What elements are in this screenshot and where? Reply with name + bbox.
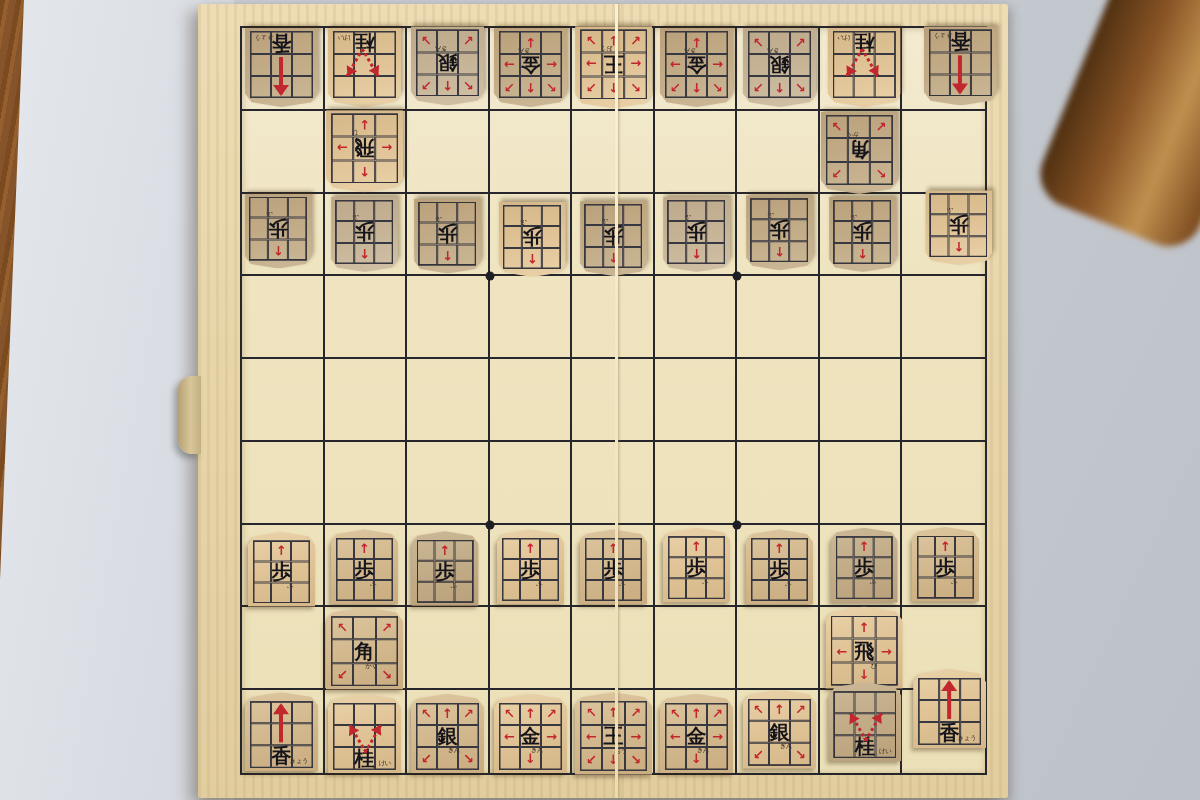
cell-5b[interactable] [572, 111, 655, 194]
piece-kanji: 歩 [686, 222, 706, 241]
move-diagram-grid: 香きょう [250, 31, 313, 98]
move-diagram-cell: 歩ふ [354, 559, 374, 580]
move-arrow-icon: ↑ [953, 239, 964, 252]
move-diagram-cell [585, 538, 604, 559]
move-diagram-cell [603, 580, 623, 601]
piece-kanji: 歩 [769, 220, 789, 239]
move-diagram-cell [585, 580, 604, 601]
move-arrow-icon: ← [670, 730, 681, 743]
move-diagram-cell: ↗ [499, 76, 520, 98]
move-diagram-cell [457, 222, 476, 243]
move-diagram-cell: ↘ [625, 748, 647, 771]
piece-tile: 桂けい [828, 682, 901, 761]
move-diagram-cell: ↓ [353, 113, 375, 136]
move-diagram-grid: ↑歩ふ [930, 193, 988, 257]
piece-2i-sente-knight[interactable]: 桂けい [823, 680, 906, 763]
move-arrow-icon: ↙ [753, 748, 764, 761]
move-arrow-icon: ↘ [421, 34, 432, 47]
cell-1b[interactable] [902, 111, 985, 194]
move-diagram-cell [331, 113, 353, 136]
move-diagram-cell [291, 561, 310, 582]
cell-4f[interactable] [655, 442, 738, 525]
move-diagram-cell [751, 219, 770, 240]
move-diagram-cell [751, 198, 770, 219]
move-diagram-grid: ↑歩ふ [751, 538, 809, 602]
move-diagram-cell [706, 242, 725, 263]
piece-tile: 香きょう [924, 26, 997, 105]
piece-tile: ↑歩ふ [245, 193, 312, 268]
move-arrow-icon: ↑ [359, 165, 370, 178]
piece-1g-sente-pawn[interactable]: ↑歩ふ [904, 523, 987, 606]
move-diagram-cell: ↖ [625, 76, 647, 99]
move-arrow-icon: ↗ [504, 81, 515, 94]
move-diagram-cell: 歩ふ [435, 561, 455, 582]
piece-tile: ↑歩ふ [331, 197, 398, 272]
move-diagram-grid: ↖↑↗銀ぎん↙↘ [416, 703, 479, 770]
move-diagram-cell [874, 578, 893, 599]
cell-2f[interactable] [820, 442, 903, 525]
cell-3d[interactable] [737, 276, 820, 359]
piece-2h-sente-rook[interactable]: ↑←飛ひ→↓ [823, 606, 906, 689]
move-diagram-cell [955, 556, 974, 577]
move-diagram-cell [930, 193, 949, 214]
piece-tile: ↖↑↗←王おう→↙↓↘ [575, 26, 652, 108]
cell-4e[interactable] [655, 359, 738, 442]
move-diagram-cell [457, 244, 476, 265]
cell-9h[interactable] [242, 607, 325, 690]
move-arrow-icon: ↗ [795, 703, 806, 716]
move-diagram-cell [686, 200, 706, 221]
move-diagram-cell [354, 580, 374, 601]
move-arrow-icon: ↘ [586, 35, 597, 48]
move-diagram-cell: 金きん [686, 725, 707, 747]
move-diagram-cell [522, 205, 542, 226]
piece-3g-sente-pawn[interactable]: ↑歩ふ [738, 525, 821, 608]
move-arrow-icon: ↖ [504, 707, 515, 720]
piece-9i-sente-lance[interactable]: 香きょう [240, 690, 323, 773]
move-diagram-cell [706, 200, 725, 221]
piece-kanji: 歩 [603, 226, 623, 245]
piece-7g-sente-pawn[interactable]: ↑歩ふ [403, 527, 486, 610]
piece-9g-sente-pawn[interactable]: ↑歩ふ [240, 528, 323, 611]
move-arrow-icon: ↙ [463, 34, 474, 47]
piece-4a-gote-gold[interactable]: ↖↑↗←金きん→↓ [655, 26, 738, 109]
piece-tile: ↑←飛ひ→↓ [826, 606, 903, 688]
move-diagram-cell: 歩ふ [437, 222, 457, 243]
move-diagram-cell [834, 242, 853, 263]
move-diagram-cell [874, 557, 893, 578]
move-arrow-icon: ↑ [527, 251, 538, 264]
cell-7d[interactable] [407, 276, 490, 359]
piece-tile: 桂けい [828, 28, 901, 107]
move-diagram-grid: ↑歩ふ [751, 198, 809, 262]
piece-tile: ↑歩ふ [499, 202, 566, 277]
piece-tile: ↖↑↗←金きん→↓ [494, 694, 567, 773]
move-arrow-icon: → [586, 58, 597, 71]
piece-2b-gote-bishop[interactable]: ↖↗角かく↙↘ [818, 111, 901, 194]
move-diagram-cell: ← [625, 53, 647, 76]
move-diagram-cell: ↖ [541, 76, 562, 98]
move-diagram-cell [437, 201, 457, 222]
move-arrow-icon: ↑ [774, 703, 785, 716]
move-arrow-icon: ↗ [832, 166, 843, 179]
piece-6a-gote-gold[interactable]: ↖↑↗←金きん→↓ [489, 26, 572, 109]
move-diagram-grid: ↑歩ふ [585, 204, 643, 268]
move-diagram-cell: ↓ [686, 747, 707, 769]
move-arrow-icon: ↖ [337, 622, 348, 635]
piece-8a-gote-knight[interactable]: 桂けい [323, 26, 406, 109]
piece-6g-sente-pawn[interactable]: ↑歩ふ [489, 525, 572, 608]
cell-7e[interactable] [407, 359, 490, 442]
piece-9a-gote-lance[interactable]: 香きょう [240, 26, 323, 109]
move-diagram-cell [706, 578, 725, 599]
move-diagram-cell: ↗ [541, 703, 562, 725]
move-diagram-cell [353, 663, 375, 686]
move-diagram-cell: ↑ [602, 701, 624, 724]
piece-1c-gote-pawn[interactable]: ↑歩ふ [917, 186, 1000, 269]
move-diagram-cell: ↑ [686, 76, 707, 98]
move-diagram-grid: ↖↑↗銀ぎん↙↘ [748, 31, 811, 98]
move-diagram-cell [336, 221, 355, 242]
cell-1f[interactable] [902, 442, 985, 525]
move-diagram-cell [353, 616, 375, 639]
move-diagram-cell: 歩ふ [271, 561, 291, 582]
lance-arrow-icon [948, 682, 952, 720]
move-diagram-cell [623, 246, 642, 267]
move-diagram-cell [374, 200, 393, 221]
cell-6d[interactable] [490, 276, 573, 359]
move-diagram-cell [333, 747, 354, 769]
piece-kanji: 王 [603, 727, 623, 746]
move-diagram-cell: ↑ [354, 242, 374, 263]
move-diagram-cell [250, 746, 271, 768]
move-diagram-cell: ↘ [748, 31, 769, 53]
move-diagram-cell [833, 31, 854, 53]
cell-8f[interactable] [325, 442, 408, 525]
cell-8e[interactable] [325, 359, 408, 442]
piece-kanji: 金 [520, 727, 540, 746]
piece-5i-sente-king[interactable]: ↖↑↗←王おう→↙↓↘ [572, 692, 655, 775]
move-diagram-cell [665, 31, 686, 53]
piece-5a-gote-king[interactable]: ↖↑↗←王おう→↙↓↘ [572, 26, 655, 109]
move-diagram-cell: ↓ [520, 747, 541, 769]
cell-9f[interactable] [242, 442, 325, 525]
move-diagram-cell [854, 578, 874, 599]
move-diagram-grid: 香きょう [250, 701, 313, 768]
move-diagram-cell: ↑ [686, 536, 706, 557]
move-diagram-cell [249, 217, 268, 238]
move-arrow-icon: ↑ [859, 540, 870, 553]
move-diagram-cell [872, 200, 891, 221]
move-arrow-icon: ↗ [463, 707, 474, 720]
move-arrow-icon: ↑ [440, 543, 451, 556]
piece-6i-sente-gold[interactable]: ↖↑↗←金きん→↓ [489, 692, 572, 775]
move-arrow-icon: ↙ [421, 752, 432, 765]
move-diagram-cell [354, 200, 374, 221]
move-arrow-icon: ↘ [832, 120, 843, 133]
move-arrow-icon: ← [381, 141, 392, 154]
move-diagram-cell: ↑ [686, 703, 707, 725]
move-diagram-cell: 歩ふ [603, 559, 623, 580]
move-arrow-icon: ↑ [691, 540, 702, 553]
move-diagram-cell: ↖ [416, 703, 437, 725]
move-diagram-cell [875, 31, 896, 53]
cell-3e[interactable] [737, 359, 820, 442]
move-diagram-cell: ↖ [870, 161, 892, 184]
move-arrow-icon: ↑ [525, 707, 536, 720]
move-diagram-cell [419, 222, 438, 243]
piece-5g-sente-pawn[interactable]: ↑歩ふ [572, 525, 655, 608]
move-diagram-cell [540, 580, 559, 601]
move-diagram-cell: ← [831, 639, 853, 662]
move-arrow-icon: ↑ [359, 542, 370, 555]
move-diagram-cell: ← [665, 725, 686, 747]
move-diagram-cell [250, 31, 271, 53]
piece-kanji: 歩 [686, 558, 706, 577]
cell-3f[interactable] [737, 442, 820, 525]
piece-3c-gote-pawn[interactable]: ↑歩ふ [738, 191, 821, 274]
piece-tile: ↑歩ふ [746, 195, 813, 270]
piece-tile: ↑歩ふ [829, 197, 896, 272]
cell-5e[interactable] [572, 359, 655, 442]
move-diagram-cell [834, 736, 855, 758]
piece-4i-sente-gold[interactable]: ↖↑↗←金きん→↓ [655, 692, 738, 775]
move-diagram-cell [751, 580, 770, 601]
piece-kanji: 金 [520, 55, 540, 74]
move-diagram-cell: ↘ [376, 663, 398, 686]
move-diagram-cell [834, 200, 853, 221]
piece-8g-sente-pawn[interactable]: ↑歩ふ [323, 525, 406, 608]
move-diagram-cell [955, 535, 974, 556]
move-diagram-cell [949, 193, 969, 214]
move-diagram-cell [668, 557, 687, 578]
move-diagram-cell: 銀ぎん [437, 725, 458, 747]
move-arrow-icon: ↓ [691, 752, 702, 765]
piece-8c-gote-pawn[interactable]: ↑歩ふ [323, 192, 406, 275]
piece-6c-gote-pawn[interactable]: ↑歩ふ [491, 197, 574, 280]
cell-6h[interactable] [490, 607, 573, 690]
move-diagram-cell [250, 76, 271, 98]
move-diagram-cell: ↙ [790, 31, 811, 53]
piece-4g-sente-pawn[interactable]: ↑歩ふ [655, 524, 738, 607]
cell-6b[interactable] [490, 111, 573, 194]
move-diagram-cell [542, 205, 561, 226]
cell-9e[interactable] [242, 359, 325, 442]
piece-kanji: 歩 [949, 215, 969, 234]
move-arrow-icon: ← [504, 730, 515, 743]
cell-5d[interactable] [572, 276, 655, 359]
move-diagram-cell [502, 559, 521, 580]
move-diagram-cell: ↘ [416, 30, 437, 52]
move-diagram-cell [917, 535, 936, 556]
move-diagram-cell: 歩ふ [935, 556, 955, 577]
move-diagram-cell: ↓ [520, 31, 541, 53]
move-arrow-icon: ↑ [442, 79, 453, 92]
piece-tile: ↑歩ふ [663, 528, 730, 603]
move-diagram-grid: 桂けい [833, 31, 896, 98]
piece-tile: 香きょう [245, 28, 318, 107]
move-diagram-cell: 王おう [602, 725, 624, 748]
move-diagram-grid: ↑歩ふ [917, 535, 975, 599]
move-diagram-cell [623, 580, 642, 601]
cell-4b[interactable] [655, 111, 738, 194]
move-diagram-cell: 角かく [353, 640, 375, 663]
move-arrow-icon: ↗ [712, 707, 723, 720]
move-diagram-cell [542, 247, 561, 268]
piece-1a-gote-lance[interactable]: 香きょう [919, 24, 1002, 107]
piece-3a-gote-silver[interactable]: ↖↑↗銀ぎん↙↘ [738, 26, 821, 109]
move-diagram-cell: ← [580, 725, 602, 748]
move-diagram-grid: ↑歩ふ [336, 200, 394, 264]
move-diagram-cell: 香きょう [271, 31, 292, 53]
move-arrow-icon: ↘ [630, 753, 641, 766]
piece-tile: ↑歩ふ [925, 190, 992, 265]
move-diagram-cell [751, 538, 770, 559]
move-diagram-cell [331, 160, 353, 183]
move-diagram-cell [707, 31, 728, 53]
move-arrow-icon: ↓ [525, 752, 536, 765]
move-arrow-icon: ↖ [753, 703, 764, 716]
move-arrow-icon: ↗ [630, 706, 641, 719]
cell-3h[interactable] [737, 607, 820, 690]
piece-7c-gote-pawn[interactable]: ↑歩ふ [406, 194, 489, 277]
piece-7i-sente-silver[interactable]: ↖↑↗銀ぎん↙↘ [406, 692, 489, 775]
move-diagram-cell: ↑ [603, 538, 623, 559]
piece-kanji: 飛 [854, 641, 874, 660]
move-diagram-cell: → [665, 54, 686, 76]
piece-kanji: 香 [272, 33, 292, 52]
cell-8d[interactable] [325, 276, 408, 359]
piece-kanji: 歩 [268, 219, 288, 238]
cell-3b[interactable] [737, 111, 820, 194]
move-diagram-cell: ↑ [949, 235, 969, 256]
piece-tile: 桂けい [328, 694, 401, 773]
move-diagram-cell: ↑ [437, 74, 458, 96]
cell-4h[interactable] [655, 607, 738, 690]
move-diagram-cell [826, 138, 848, 161]
move-arrow-icon: ↑ [940, 539, 951, 552]
move-diagram-cell: ← [376, 136, 398, 159]
move-diagram-cell [585, 225, 604, 246]
cell-2d[interactable] [820, 276, 903, 359]
piece-kanji: 歩 [354, 222, 374, 241]
piece-7a-gote-silver[interactable]: ↖↑↗銀ぎん↙↘ [406, 24, 489, 107]
move-arrow-icon: → [630, 730, 641, 743]
piece-4c-gote-pawn[interactable]: ↑歩ふ [655, 192, 738, 275]
cell-5h[interactable] [572, 607, 655, 690]
cell-7h[interactable] [407, 607, 490, 690]
cell-5f[interactable] [572, 442, 655, 525]
cell-9b[interactable] [242, 111, 325, 194]
move-arrow-icon: ↗ [421, 79, 432, 92]
cell-7b[interactable] [407, 111, 490, 194]
move-diagram-cell [969, 235, 988, 256]
move-diagram-cell [971, 52, 992, 74]
move-diagram-cell: ↑ [520, 538, 540, 559]
cell-1e[interactable] [902, 359, 985, 442]
move-diagram-cell [706, 536, 725, 557]
move-diagram-grid: ↑←飛ひ→↓ [331, 113, 397, 183]
move-diagram-cell [789, 538, 808, 559]
move-diagram-cell [623, 559, 642, 580]
piece-tile: 香きょう [245, 692, 318, 771]
piece-1i-sente-lance[interactable]: 香きょう [908, 667, 991, 750]
cell-6e[interactable] [490, 359, 573, 442]
move-diagram-cell [253, 583, 272, 604]
move-diagram-cell [875, 736, 896, 758]
move-diagram-cell [929, 30, 950, 52]
move-arrow-icon: ↖ [712, 81, 723, 94]
move-arrow-icon: → [546, 730, 557, 743]
piece-9c-gote-pawn[interactable]: ↑歩ふ [237, 189, 320, 272]
move-diagram-cell [790, 54, 811, 76]
move-arrow-icon: ↓ [859, 667, 870, 680]
move-diagram-cell [520, 580, 540, 601]
move-diagram-cell: 歩ふ [522, 226, 542, 247]
move-diagram-cell [769, 580, 789, 601]
move-diagram-cell: 王おう [602, 53, 624, 76]
move-diagram-cell: ↗ [458, 703, 479, 725]
move-diagram-cell [336, 538, 355, 559]
cell-1d[interactable] [902, 276, 985, 359]
move-arrow-icon: ↙ [586, 753, 597, 766]
cell-7f[interactable] [407, 442, 490, 525]
move-diagram-cell: 歩ふ [852, 221, 872, 242]
piece-2c-gote-pawn[interactable]: ↑歩ふ [821, 192, 904, 275]
move-diagram-cell [668, 536, 687, 557]
move-diagram-cell: 香きょう [939, 722, 960, 744]
move-arrow-icon: ↑ [442, 707, 453, 720]
piece-kanji: 歩 [520, 560, 540, 579]
move-arrow-icon: ↗ [670, 81, 681, 94]
move-diagram-cell [603, 204, 623, 225]
piece-8b-gote-rook[interactable]: ↑←飛ひ→↓ [323, 109, 406, 192]
move-diagram-cell: ↑ [603, 246, 623, 267]
move-diagram-cell [930, 235, 949, 256]
move-arrow-icon: → [504, 58, 515, 71]
move-diagram-cell [751, 559, 770, 580]
cell-6f[interactable] [490, 442, 573, 525]
move-diagram-cell: 銀ぎん [437, 52, 458, 74]
piece-2g-sente-pawn[interactable]: ↑歩ふ [823, 524, 906, 607]
move-diagram-cell [354, 76, 375, 98]
cell-4d[interactable] [655, 276, 738, 359]
move-arrow-icon: ↗ [586, 82, 597, 95]
piece-8h-sente-bishop[interactable]: ↖↗角かく↙↘ [323, 607, 406, 690]
cell-2e[interactable] [820, 359, 903, 442]
move-arrow-icon: ↑ [774, 81, 785, 94]
piece-3i-sente-silver[interactable]: ↖↑↗銀ぎん↙↘ [738, 688, 821, 771]
piece-tile: ↖↑↗銀ぎん↙↘ [411, 26, 484, 105]
move-diagram-cell [416, 52, 437, 74]
move-arrow-icon: ↓ [691, 36, 702, 49]
cell-9d[interactable] [242, 276, 325, 359]
hinge-knob [178, 376, 201, 454]
move-diagram-cell [455, 539, 474, 560]
move-diagram-grid: 桂けい [834, 691, 897, 758]
move-diagram-grid: ↖↑↗←王おう→↙↓↘ [580, 701, 646, 771]
piece-8i-sente-knight[interactable]: 桂けい [323, 692, 406, 775]
move-diagram-cell: ↑ [437, 244, 457, 265]
move-diagram-cell: ↑ [271, 540, 291, 561]
move-diagram-cell: ↗ [748, 76, 769, 98]
piece-5c-gote-pawn[interactable]: ↑歩ふ [572, 197, 655, 280]
piece-2a-gote-knight[interactable]: 桂けい [823, 26, 906, 109]
move-diagram-cell [249, 196, 268, 217]
move-arrow-icon: ↘ [795, 748, 806, 761]
move-diagram-cell [835, 536, 854, 557]
move-diagram-grid: ↑歩ふ [336, 538, 394, 602]
